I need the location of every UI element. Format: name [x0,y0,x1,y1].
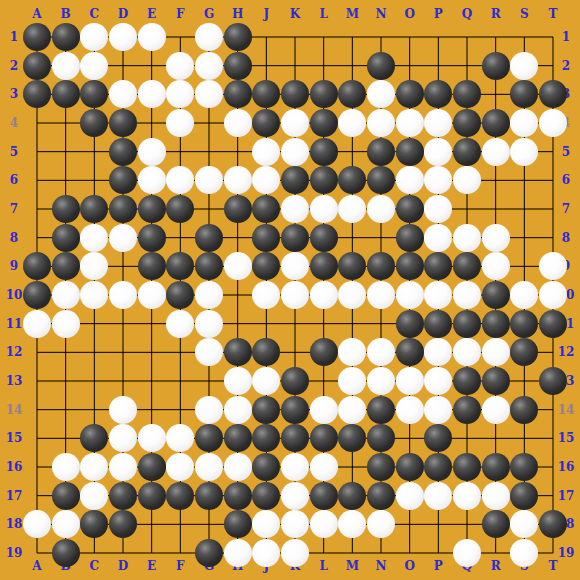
stone-black-D6[interactable] [109,166,137,194]
stone-white-P13[interactable] [424,367,452,395]
stone-white-G12[interactable] [195,338,223,366]
stone-white-Q6[interactable] [453,166,481,194]
stone-white-N7[interactable] [367,195,395,223]
stone-black-N6[interactable] [367,166,395,194]
stone-black-R10[interactable] [482,281,510,309]
stone-black-G19[interactable] [195,539,223,567]
stone-white-K10[interactable] [281,281,309,309]
stone-white-C17[interactable] [80,482,108,510]
stone-white-F11[interactable] [166,310,194,338]
col-label-top-C: C [90,7,100,21]
stone-white-M7[interactable] [338,195,366,223]
row-label-left-5: 5 [10,145,18,159]
stone-white-K7[interactable] [281,195,309,223]
stone-white-O6[interactable] [396,166,424,194]
stone-black-J12[interactable] [252,338,280,366]
stone-white-G11[interactable] [195,310,223,338]
row-label-right-6: 6 [562,173,570,187]
stone-white-L14[interactable] [310,396,338,424]
stone-white-O10[interactable] [396,281,424,309]
stone-black-H7[interactable] [224,195,252,223]
col-label-top-G: G [204,7,214,21]
row-label-left-3: 3 [10,87,18,101]
stone-black-K6[interactable] [281,166,309,194]
row-label-right-7: 7 [562,202,570,216]
stone-white-B2[interactable] [52,52,80,80]
stone-black-K8[interactable] [281,224,309,252]
stone-white-O4[interactable] [396,109,424,137]
stone-white-K18[interactable] [281,510,309,538]
stone-black-L12[interactable] [310,338,338,366]
stone-black-J4[interactable] [252,109,280,137]
stone-black-J3[interactable] [252,80,280,108]
stone-black-N14[interactable] [367,396,395,424]
stone-black-R16[interactable] [482,453,510,481]
stone-black-H12[interactable] [224,338,252,366]
stone-black-D5[interactable] [109,138,137,166]
stone-black-A9[interactable] [23,252,51,280]
stone-black-L17[interactable] [310,482,338,510]
stone-black-L4[interactable] [310,109,338,137]
stone-white-N12[interactable] [367,338,395,366]
stone-black-O9[interactable] [396,252,424,280]
stone-black-A1[interactable] [23,23,51,51]
stone-black-F10[interactable] [166,281,194,309]
stone-black-E8[interactable] [138,224,166,252]
stone-white-R14[interactable] [482,396,510,424]
stone-white-K16[interactable] [281,453,309,481]
stone-white-G1[interactable] [195,23,223,51]
stone-black-J14[interactable] [252,396,280,424]
stone-black-B8[interactable] [52,224,80,252]
col-label-top-F: F [176,7,185,21]
stone-black-L8[interactable] [310,224,338,252]
stone-white-L10[interactable] [310,281,338,309]
stone-white-K19[interactable] [281,539,309,567]
col-label-top-J: J [263,7,269,21]
stone-white-H13[interactable] [224,367,252,395]
stone-black-G15[interactable] [195,424,223,452]
row-label-left-15: 15 [6,431,23,445]
stone-white-J18[interactable] [252,510,280,538]
stone-black-O7[interactable] [396,195,424,223]
stone-black-F9[interactable] [166,252,194,280]
stone-white-N3[interactable] [367,80,395,108]
stone-black-A2[interactable] [23,52,51,80]
stone-black-M6[interactable] [338,166,366,194]
stone-black-S16[interactable] [510,453,538,481]
stone-black-C18[interactable] [80,510,108,538]
stone-black-H18[interactable] [224,510,252,538]
stone-white-E6[interactable] [138,166,166,194]
stone-white-R8[interactable] [482,224,510,252]
stone-white-J10[interactable] [252,281,280,309]
stone-black-B7[interactable] [52,195,80,223]
stone-black-K3[interactable] [281,80,309,108]
stone-white-E5[interactable] [138,138,166,166]
stone-white-J13[interactable] [252,367,280,395]
col-label-bottom-O: O [404,559,414,573]
row-label-left-16: 16 [6,460,23,474]
stone-white-E10[interactable] [138,281,166,309]
col-label-top-M: M [346,7,359,21]
stone-black-P16[interactable] [424,453,452,481]
stone-black-D7[interactable] [109,195,137,223]
stone-black-J16[interactable] [252,453,280,481]
stone-white-G14[interactable] [195,396,223,424]
col-label-top-E: E [147,7,156,21]
stone-black-D4[interactable] [109,109,137,137]
stone-white-P10[interactable] [424,281,452,309]
row-label-right-16: 16 [558,460,575,474]
stone-black-F17[interactable] [166,482,194,510]
row-label-right-12: 12 [558,345,575,359]
stone-black-S17[interactable] [510,482,538,510]
stone-white-K9[interactable] [281,252,309,280]
stone-white-O13[interactable] [396,367,424,395]
stone-white-N10[interactable] [367,281,395,309]
stone-white-C2[interactable] [80,52,108,80]
stone-black-J9[interactable] [252,252,280,280]
stone-white-E3[interactable] [138,80,166,108]
stone-white-F3[interactable] [166,80,194,108]
stone-black-P3[interactable] [424,80,452,108]
stone-black-N2[interactable] [367,52,395,80]
col-label-top-A: A [32,7,41,21]
stone-white-O17[interactable] [396,482,424,510]
stone-white-K17[interactable] [281,482,309,510]
stone-black-Q14[interactable] [453,396,481,424]
row-label-right-14: 14 [558,403,575,417]
stone-black-D18[interactable] [109,510,137,538]
stone-white-M18[interactable] [338,510,366,538]
stone-white-K5[interactable] [281,138,309,166]
stone-white-M4[interactable] [338,109,366,137]
row-label-left-11: 11 [6,317,23,331]
stone-black-S11[interactable] [510,310,538,338]
col-label-bottom-C: C [90,559,100,573]
stone-white-S10[interactable] [510,281,538,309]
stone-white-G2[interactable] [195,52,223,80]
stone-white-P5[interactable] [424,138,452,166]
stone-white-E15[interactable] [138,424,166,452]
stone-black-O8[interactable] [396,224,424,252]
stone-white-J19[interactable] [252,539,280,567]
stone-black-R4[interactable] [482,109,510,137]
stone-white-N4[interactable] [367,109,395,137]
stone-black-G17[interactable] [195,482,223,510]
stone-black-C3[interactable] [80,80,108,108]
stone-white-G6[interactable] [195,166,223,194]
stone-black-S3[interactable] [510,80,538,108]
stone-white-P4[interactable] [424,109,452,137]
stone-white-P7[interactable] [424,195,452,223]
row-label-right-15: 15 [558,431,575,445]
row-label-left-19: 19 [6,546,23,560]
stone-black-M17[interactable] [338,482,366,510]
col-label-top-H: H [232,7,243,21]
stone-white-D15[interactable] [109,424,137,452]
stone-black-E16[interactable] [138,453,166,481]
stone-white-H4[interactable] [224,109,252,137]
row-label-left-1: 1 [10,30,18,44]
stone-white-S5[interactable] [510,138,538,166]
col-label-top-K: K [290,7,300,21]
stone-black-Q9[interactable] [453,252,481,280]
stone-black-K13[interactable] [281,367,309,395]
stone-black-A10[interactable] [23,281,51,309]
stone-white-H19[interactable] [224,539,252,567]
stone-black-C4[interactable] [80,109,108,137]
stone-white-F15[interactable] [166,424,194,452]
stone-black-P9[interactable] [424,252,452,280]
stone-white-A18[interactable] [23,510,51,538]
stone-black-M9[interactable] [338,252,366,280]
col-label-top-S: S [520,7,529,21]
col-label-bottom-E: E [147,559,156,573]
stone-white-M12[interactable] [338,338,366,366]
stone-white-T4[interactable] [539,109,567,137]
stone-black-J17[interactable] [252,482,280,510]
stone-black-L9[interactable] [310,252,338,280]
stone-black-M3[interactable] [338,80,366,108]
col-label-top-L: L [319,7,327,21]
stone-white-D1[interactable] [109,23,137,51]
stone-black-B17[interactable] [52,482,80,510]
col-label-bottom-M: M [346,559,359,573]
stone-white-K4[interactable] [281,109,309,137]
stone-white-G16[interactable] [195,453,223,481]
stone-black-H3[interactable] [224,80,252,108]
stone-white-L7[interactable] [310,195,338,223]
stone-white-C9[interactable] [80,252,108,280]
col-label-bottom-P: P [434,559,443,573]
stone-white-S4[interactable] [510,109,538,137]
stone-black-R11[interactable] [482,310,510,338]
stone-black-E9[interactable] [138,252,166,280]
col-label-bottom-F: F [176,559,185,573]
stone-black-C7[interactable] [80,195,108,223]
row-label-left-2: 2 [10,59,18,73]
stone-black-H17[interactable] [224,482,252,510]
row-label-left-4: 4 [10,116,18,130]
stone-black-B9[interactable] [52,252,80,280]
stone-black-D17[interactable] [109,482,137,510]
stone-black-R2[interactable] [482,52,510,80]
stone-white-S19[interactable] [510,539,538,567]
row-label-left-13: 13 [6,374,23,388]
row-label-left-12: 12 [6,345,23,359]
col-label-top-N: N [376,7,387,21]
stone-white-M14[interactable] [338,396,366,424]
stone-white-E1[interactable] [138,23,166,51]
stone-black-R13[interactable] [482,367,510,395]
stone-black-P15[interactable] [424,424,452,452]
stone-white-L16[interactable] [310,453,338,481]
stone-white-B10[interactable] [52,281,80,309]
stone-white-F2[interactable] [166,52,194,80]
stone-black-L15[interactable] [310,424,338,452]
go-board[interactable]: AABBCCDDEEFFGGHHJJKKLLMMNNOOPPQQRRSSTT11… [0,0,580,580]
stone-white-R5[interactable] [482,138,510,166]
stone-black-Q5[interactable] [453,138,481,166]
stone-white-G10[interactable] [195,281,223,309]
stone-white-D3[interactable] [109,80,137,108]
col-label-top-B: B [61,7,71,21]
stone-white-H14[interactable] [224,396,252,424]
stone-white-C8[interactable] [80,224,108,252]
stone-black-G8[interactable] [195,224,223,252]
stone-black-N17[interactable] [367,482,395,510]
stone-white-R9[interactable] [482,252,510,280]
stone-black-J7[interactable] [252,195,280,223]
stone-white-Q8[interactable] [453,224,481,252]
stone-black-L3[interactable] [310,80,338,108]
stone-black-O3[interactable] [396,80,424,108]
stone-black-H2[interactable] [224,52,252,80]
stone-white-D14[interactable] [109,396,137,424]
stone-white-N13[interactable] [367,367,395,395]
col-label-bottom-T: T [549,559,558,573]
stone-black-B1[interactable] [52,23,80,51]
stone-white-P17[interactable] [424,482,452,510]
stone-black-Q3[interactable] [453,80,481,108]
stone-black-Q16[interactable] [453,453,481,481]
stone-white-M10[interactable] [338,281,366,309]
stone-black-N5[interactable] [367,138,395,166]
col-label-top-Q: Q [462,7,472,21]
stone-black-S14[interactable] [510,396,538,424]
col-label-bottom-A: A [32,559,41,573]
stone-white-C10[interactable] [80,281,108,309]
stone-black-T18[interactable] [539,510,567,538]
row-label-right-1: 1 [562,30,570,44]
stone-white-H6[interactable] [224,166,252,194]
stone-white-Q17[interactable] [453,482,481,510]
stone-black-O5[interactable] [396,138,424,166]
col-label-bottom-N: N [376,559,387,573]
stone-white-R17[interactable] [482,482,510,510]
stone-black-N15[interactable] [367,424,395,452]
stone-white-G3[interactable] [195,80,223,108]
stone-black-E17[interactable] [138,482,166,510]
stone-black-B19[interactable] [52,539,80,567]
row-label-left-18: 18 [6,517,23,531]
stone-white-P8[interactable] [424,224,452,252]
stone-white-S2[interactable] [510,52,538,80]
stone-black-P11[interactable] [424,310,452,338]
stone-white-J6[interactable] [252,166,280,194]
stone-white-D8[interactable] [109,224,137,252]
row-label-left-14: 14 [6,403,23,417]
row-label-right-2: 2 [562,59,570,73]
row-label-left-17: 17 [6,489,23,503]
row-label-left-10: 10 [6,288,23,302]
stone-black-N16[interactable] [367,453,395,481]
stone-black-O12[interactable] [396,338,424,366]
stone-black-L5[interactable] [310,138,338,166]
col-label-top-O: O [404,7,414,21]
row-label-left-6: 6 [10,173,18,187]
stone-white-H16[interactable] [224,453,252,481]
stone-white-C16[interactable] [80,453,108,481]
stone-black-H15[interactable] [224,424,252,452]
stone-white-M13[interactable] [338,367,366,395]
col-label-bottom-R: R [491,559,501,573]
stone-white-P12[interactable] [424,338,452,366]
stone-white-O14[interactable] [396,396,424,424]
row-label-right-5: 5 [562,145,570,159]
stone-white-F6[interactable] [166,166,194,194]
stone-black-Q11[interactable] [453,310,481,338]
stone-black-J8[interactable] [252,224,280,252]
stone-white-D16[interactable] [109,453,137,481]
stone-white-S18[interactable] [510,510,538,538]
stone-black-L6[interactable] [310,166,338,194]
stone-white-T10[interactable] [539,281,567,309]
stone-white-T9[interactable] [539,252,567,280]
stone-black-B3[interactable] [52,80,80,108]
row-label-left-8: 8 [10,231,18,245]
stone-white-F16[interactable] [166,453,194,481]
row-label-right-8: 8 [562,231,570,245]
stone-white-J5[interactable] [252,138,280,166]
stone-black-H1[interactable] [224,23,252,51]
stone-white-C1[interactable] [80,23,108,51]
stone-black-Q4[interactable] [453,109,481,137]
col-label-bottom-D: D [118,559,128,573]
stone-black-F7[interactable] [166,195,194,223]
col-label-top-T: T [549,7,558,21]
stone-white-D10[interactable] [109,281,137,309]
stone-white-R12[interactable] [482,338,510,366]
stone-black-K14[interactable] [281,396,309,424]
stone-white-H9[interactable] [224,252,252,280]
stone-black-R18[interactable] [482,510,510,538]
stone-white-B16[interactable] [52,453,80,481]
stone-black-O11[interactable] [396,310,424,338]
stone-white-P6[interactable] [424,166,452,194]
stone-black-J15[interactable] [252,424,280,452]
stone-black-C15[interactable] [80,424,108,452]
stone-black-K15[interactable] [281,424,309,452]
row-label-left-9: 9 [10,259,18,273]
stone-white-L18[interactable] [310,510,338,538]
stone-black-S12[interactable] [510,338,538,366]
stone-black-T11[interactable] [539,310,567,338]
stone-white-Q12[interactable] [453,338,481,366]
stone-black-G9[interactable] [195,252,223,280]
stone-white-N18[interactable] [367,510,395,538]
stone-white-B18[interactable] [52,510,80,538]
stone-white-A11[interactable] [23,310,51,338]
stone-black-O16[interactable] [396,453,424,481]
stone-black-T13[interactable] [539,367,567,395]
stone-black-T3[interactable] [539,80,567,108]
stone-white-Q19[interactable] [453,539,481,567]
row-label-right-17: 17 [558,489,575,503]
stone-white-F4[interactable] [166,109,194,137]
stone-black-Q13[interactable] [453,367,481,395]
stone-white-B11[interactable] [52,310,80,338]
stone-black-M15[interactable] [338,424,366,452]
stone-white-P14[interactable] [424,396,452,424]
col-label-top-P: P [434,7,443,21]
stone-black-E7[interactable] [138,195,166,223]
stone-white-Q10[interactable] [453,281,481,309]
stone-black-N9[interactable] [367,252,395,280]
stone-black-A3[interactable] [23,80,51,108]
